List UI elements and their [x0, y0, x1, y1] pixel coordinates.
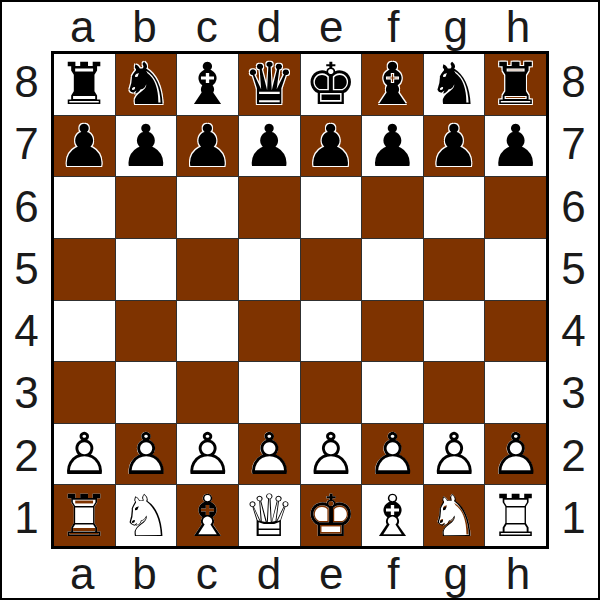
square-e8[interactable]: ♚	[301, 54, 362, 115]
square-b1[interactable]: ♞♘	[116, 485, 177, 546]
piece-outline-glyph: ♙	[239, 424, 300, 485]
square-e6[interactable]	[301, 177, 362, 238]
file-label-d: d	[238, 2, 300, 51]
file-label-f: f	[362, 2, 424, 51]
square-a7[interactable]: ♟	[54, 116, 115, 177]
file-label-b: b	[113, 549, 175, 598]
rank-labels-right: 87654321	[549, 51, 598, 549]
piece-outline-glyph: ♔	[301, 485, 362, 546]
piece-white-knight: ♞♘	[116, 485, 177, 546]
piece-glyph: ♜	[485, 54, 546, 115]
square-g8[interactable]: ♞	[424, 54, 485, 115]
square-b8[interactable]: ♞	[116, 54, 177, 115]
piece-outline-glyph: ♖	[54, 485, 115, 546]
piece-fill-glyph: ♟	[116, 424, 177, 485]
piece-white-knight: ♞♘	[424, 485, 485, 546]
piece-glyph: ♟	[362, 116, 423, 177]
rank-label-3: 3	[2, 362, 51, 424]
square-h1[interactable]: ♜♖	[485, 485, 546, 546]
rank-label-6: 6	[549, 176, 598, 238]
square-a4[interactable]	[54, 301, 115, 362]
piece-black-knight: ♞	[116, 54, 177, 115]
file-label-h: h	[487, 549, 549, 598]
piece-fill-glyph: ♚	[301, 485, 362, 546]
piece-glyph: ♟	[177, 116, 238, 177]
square-f1[interactable]: ♝♗	[362, 485, 423, 546]
piece-glyph: ♟	[301, 116, 362, 177]
piece-glyph: ♟	[424, 116, 485, 177]
square-c7[interactable]: ♟	[177, 116, 238, 177]
piece-outline-glyph: ♗	[362, 485, 423, 546]
piece-black-pawn: ♟	[424, 116, 485, 177]
square-c2[interactable]: ♟♙	[177, 424, 238, 485]
square-b7[interactable]: ♟	[116, 116, 177, 177]
square-h7[interactable]: ♟	[485, 116, 546, 177]
chess-board: ♜♞♝♛♚♝♞♜♟♟♟♟♟♟♟♟♟♙♟♙♟♙♟♙♟♙♟♙♟♙♟♙♜♖♞♘♝♗♛♕…	[51, 51, 549, 549]
chess-diagram: abcdefgh 87654321 ♜♞♝♛♚♝♞♜♟♟♟♟♟♟♟♟♟♙♟♙♟♙…	[0, 0, 600, 600]
piece-outline-glyph: ♙	[301, 424, 362, 485]
piece-glyph: ♟	[485, 116, 546, 177]
square-g5[interactable]	[424, 239, 485, 300]
piece-fill-glyph: ♞	[116, 485, 177, 546]
piece-white-bishop: ♝♗	[177, 485, 238, 546]
piece-glyph: ♞	[424, 54, 485, 115]
piece-glyph: ♞	[116, 54, 177, 115]
file-label-b: b	[113, 2, 175, 51]
square-d2[interactable]: ♟♙	[239, 424, 300, 485]
rank-label-6: 6	[2, 176, 51, 238]
rank-label-4: 4	[2, 300, 51, 362]
rank-label-4: 4	[549, 300, 598, 362]
rank-label-8: 8	[2, 51, 51, 113]
piece-white-pawn: ♟♙	[177, 424, 238, 485]
piece-black-pawn: ♟	[301, 116, 362, 177]
piece-white-pawn: ♟♙	[485, 424, 546, 485]
file-label-g: g	[425, 2, 487, 51]
square-d7[interactable]: ♟	[239, 116, 300, 177]
piece-white-pawn: ♟♙	[239, 424, 300, 485]
square-d5[interactable]	[239, 239, 300, 300]
square-h5[interactable]	[485, 239, 546, 300]
square-h4[interactable]	[485, 301, 546, 362]
square-c6[interactable]	[177, 177, 238, 238]
square-g2[interactable]: ♟♙	[424, 424, 485, 485]
piece-glyph: ♝	[362, 54, 423, 115]
rank-label-8: 8	[549, 51, 598, 113]
square-a6[interactable]	[54, 177, 115, 238]
rank-label-5: 5	[2, 238, 51, 300]
piece-black-knight: ♞	[424, 54, 485, 115]
piece-outline-glyph: ♘	[116, 485, 177, 546]
piece-white-pawn: ♟♙	[301, 424, 362, 485]
square-a3[interactable]	[54, 362, 115, 423]
square-g7[interactable]: ♟	[424, 116, 485, 177]
square-c1[interactable]: ♝♗	[177, 485, 238, 546]
square-f3[interactable]	[362, 362, 423, 423]
piece-outline-glyph: ♘	[424, 485, 485, 546]
square-f8[interactable]: ♝	[362, 54, 423, 115]
file-label-a: a	[51, 2, 113, 51]
piece-fill-glyph: ♛	[239, 485, 300, 546]
piece-fill-glyph: ♟	[485, 424, 546, 485]
piece-black-pawn: ♟	[239, 116, 300, 177]
piece-outline-glyph: ♙	[54, 424, 115, 485]
piece-fill-glyph: ♟	[54, 424, 115, 485]
rank-labels-left: 87654321	[2, 51, 51, 549]
rank-label-1: 1	[2, 487, 51, 549]
square-h8[interactable]: ♜	[485, 54, 546, 115]
piece-black-pawn: ♟	[485, 116, 546, 177]
piece-outline-glyph: ♙	[116, 424, 177, 485]
piece-glyph: ♛	[239, 54, 300, 115]
piece-white-pawn: ♟♙	[424, 424, 485, 485]
square-e5[interactable]	[301, 239, 362, 300]
piece-black-pawn: ♟	[54, 116, 115, 177]
rank-label-2: 2	[2, 425, 51, 487]
square-d4[interactable]	[239, 301, 300, 362]
square-h6[interactable]	[485, 177, 546, 238]
piece-outline-glyph: ♙	[424, 424, 485, 485]
piece-white-bishop: ♝♗	[362, 485, 423, 546]
piece-glyph: ♝	[177, 54, 238, 115]
rank-label-3: 3	[549, 362, 598, 424]
piece-outline-glyph: ♙	[485, 424, 546, 485]
square-e7[interactable]: ♟	[301, 116, 362, 177]
piece-outline-glyph: ♗	[177, 485, 238, 546]
square-g4[interactable]	[424, 301, 485, 362]
square-h3[interactable]	[485, 362, 546, 423]
square-e4[interactable]	[301, 301, 362, 362]
square-f2[interactable]: ♟♙	[362, 424, 423, 485]
piece-white-king: ♚♔	[301, 485, 362, 546]
piece-white-rook: ♜♖	[54, 485, 115, 546]
piece-outline-glyph: ♙	[177, 424, 238, 485]
piece-black-bishop: ♝	[362, 54, 423, 115]
file-label-f: f	[362, 549, 424, 598]
file-label-e: e	[300, 549, 362, 598]
file-label-h: h	[487, 2, 549, 51]
square-g3[interactable]	[424, 362, 485, 423]
square-d8[interactable]: ♛	[239, 54, 300, 115]
piece-black-king: ♚	[301, 54, 362, 115]
piece-white-rook: ♜♖	[485, 485, 546, 546]
piece-black-pawn: ♟	[177, 116, 238, 177]
square-c8[interactable]: ♝	[177, 54, 238, 115]
square-d6[interactable]	[239, 177, 300, 238]
piece-glyph: ♟	[116, 116, 177, 177]
piece-fill-glyph: ♜	[54, 485, 115, 546]
square-a8[interactable]: ♜	[54, 54, 115, 115]
square-f5[interactable]	[362, 239, 423, 300]
square-g1[interactable]: ♞♘	[424, 485, 485, 546]
file-label-c: c	[176, 2, 238, 51]
square-e2[interactable]: ♟♙	[301, 424, 362, 485]
piece-black-pawn: ♟	[362, 116, 423, 177]
piece-fill-glyph: ♟	[177, 424, 238, 485]
square-g6[interactable]	[424, 177, 485, 238]
piece-white-pawn: ♟♙	[54, 424, 115, 485]
piece-glyph: ♟	[239, 116, 300, 177]
file-labels-bottom: abcdefgh	[51, 549, 549, 598]
piece-fill-glyph: ♟	[362, 424, 423, 485]
piece-outline-glyph: ♕	[239, 485, 300, 546]
square-d1[interactable]: ♛♕	[239, 485, 300, 546]
square-f6[interactable]	[362, 177, 423, 238]
piece-fill-glyph: ♝	[362, 485, 423, 546]
piece-outline-glyph: ♙	[362, 424, 423, 485]
piece-black-bishop: ♝	[177, 54, 238, 115]
square-a2[interactable]: ♟♙	[54, 424, 115, 485]
piece-black-queen: ♛	[239, 54, 300, 115]
square-b3[interactable]	[116, 362, 177, 423]
piece-glyph: ♟	[54, 116, 115, 177]
file-labels-top: abcdefgh	[51, 2, 549, 51]
file-label-g: g	[425, 549, 487, 598]
piece-glyph: ♜	[54, 54, 115, 115]
piece-glyph: ♚	[301, 54, 362, 115]
square-a1[interactable]: ♜♖	[54, 485, 115, 546]
square-c5[interactable]	[177, 239, 238, 300]
piece-fill-glyph: ♞	[424, 485, 485, 546]
piece-fill-glyph: ♝	[177, 485, 238, 546]
square-b2[interactable]: ♟♙	[116, 424, 177, 485]
square-b5[interactable]	[116, 239, 177, 300]
piece-outline-glyph: ♖	[485, 485, 546, 546]
file-label-d: d	[238, 549, 300, 598]
square-b4[interactable]	[116, 301, 177, 362]
rank-label-1: 1	[549, 487, 598, 549]
piece-white-pawn: ♟♙	[362, 424, 423, 485]
rank-label-5: 5	[549, 238, 598, 300]
piece-black-pawn: ♟	[116, 116, 177, 177]
square-d3[interactable]	[239, 362, 300, 423]
square-c4[interactable]	[177, 301, 238, 362]
square-h2[interactable]: ♟♙	[485, 424, 546, 485]
square-e1[interactable]: ♚♔	[301, 485, 362, 546]
piece-black-rook: ♜	[485, 54, 546, 115]
square-f4[interactable]	[362, 301, 423, 362]
square-a5[interactable]	[54, 239, 115, 300]
piece-fill-glyph: ♜	[485, 485, 546, 546]
piece-white-queen: ♛♕	[239, 485, 300, 546]
file-label-c: c	[176, 549, 238, 598]
square-c3[interactable]	[177, 362, 238, 423]
piece-fill-glyph: ♟	[239, 424, 300, 485]
square-b6[interactable]	[116, 177, 177, 238]
piece-fill-glyph: ♟	[301, 424, 362, 485]
square-e3[interactable]	[301, 362, 362, 423]
piece-black-rook: ♜	[54, 54, 115, 115]
square-f7[interactable]: ♟	[362, 116, 423, 177]
piece-white-pawn: ♟♙	[116, 424, 177, 485]
rank-label-2: 2	[549, 425, 598, 487]
piece-fill-glyph: ♟	[424, 424, 485, 485]
file-label-e: e	[300, 2, 362, 51]
rank-label-7: 7	[549, 113, 598, 175]
rank-label-7: 7	[2, 113, 51, 175]
file-label-a: a	[51, 549, 113, 598]
